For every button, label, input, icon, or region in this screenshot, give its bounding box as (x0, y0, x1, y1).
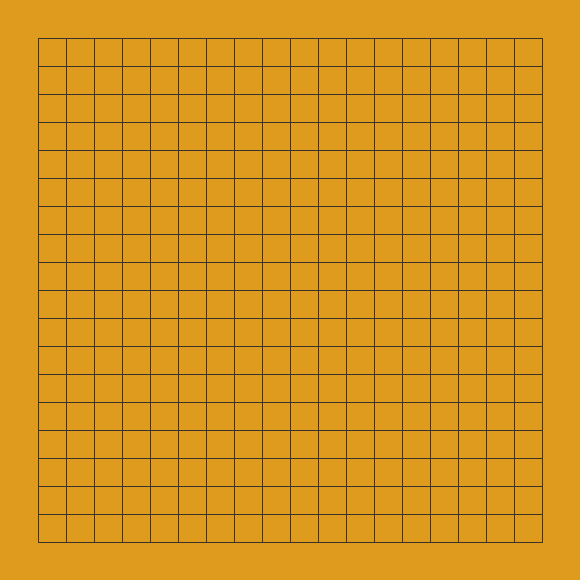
go-board (0, 0, 580, 580)
grid-lines (38, 38, 543, 543)
